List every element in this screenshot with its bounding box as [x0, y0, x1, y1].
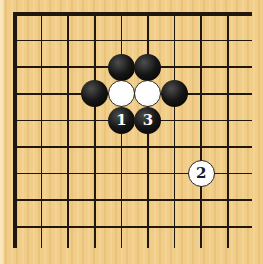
black-stone-move-3[interactable]: 3	[134, 107, 161, 134]
move-number-label: 3	[143, 112, 153, 127]
board-intersection[interactable]	[108, 54, 135, 81]
board-intersection[interactable]	[81, 80, 108, 107]
move-number-label: 2	[196, 166, 206, 181]
black-stone[interactable]	[161, 80, 188, 107]
white-stone-move-2[interactable]: 2	[188, 160, 215, 187]
board-intersection[interactable]: 3	[135, 107, 162, 134]
board-intersection[interactable]: 2	[188, 160, 215, 187]
white-stone[interactable]	[134, 80, 161, 107]
black-stone-move-1[interactable]: 1	[108, 107, 135, 134]
white-stone[interactable]	[108, 80, 135, 107]
go-board: 132	[0, 0, 263, 264]
board-intersection[interactable]	[135, 54, 162, 81]
board-intersection[interactable]: 1	[108, 107, 135, 134]
black-stone[interactable]	[134, 54, 161, 81]
board-intersections-grid[interactable]: 132	[2, 1, 241, 240]
board-intersection[interactable]	[108, 80, 135, 107]
black-stone[interactable]	[108, 54, 135, 81]
board-intersection[interactable]	[135, 80, 162, 107]
move-number-label: 1	[116, 112, 126, 127]
black-stone[interactable]	[81, 80, 108, 107]
board-intersection[interactable]	[161, 80, 188, 107]
